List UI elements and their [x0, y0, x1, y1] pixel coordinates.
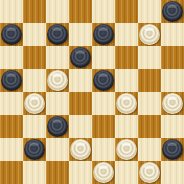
square-c7[interactable]: [46, 23, 69, 46]
white-man-piece[interactable]: [162, 93, 183, 114]
square-a3[interactable]: [0, 115, 23, 138]
square-b8[interactable]: [23, 0, 46, 23]
square-d4[interactable]: [69, 92, 92, 115]
square-d3: [69, 115, 92, 138]
square-h2[interactable]: [161, 138, 184, 161]
square-a6: [0, 46, 23, 69]
square-g4: [138, 92, 161, 115]
white-man-piece[interactable]: [93, 162, 114, 183]
square-c4: [46, 92, 69, 115]
square-e2: [92, 138, 115, 161]
square-f7: [115, 23, 138, 46]
square-e3[interactable]: [92, 115, 115, 138]
square-c5[interactable]: [46, 69, 69, 92]
square-b7: [23, 23, 46, 46]
white-man-piece[interactable]: [70, 139, 91, 160]
square-b5: [23, 69, 46, 92]
square-e5[interactable]: [92, 69, 115, 92]
square-f4[interactable]: [115, 92, 138, 115]
square-a1[interactable]: [0, 161, 23, 184]
square-g8: [138, 0, 161, 23]
square-a2: [0, 138, 23, 161]
black-man-piece[interactable]: [1, 70, 22, 91]
checkers-board: [0, 0, 184, 184]
square-f5: [115, 69, 138, 92]
white-man-piece[interactable]: [139, 24, 160, 45]
square-g6: [138, 46, 161, 69]
square-d8[interactable]: [69, 0, 92, 23]
square-c1[interactable]: [46, 161, 69, 184]
square-c2: [46, 138, 69, 161]
square-b2[interactable]: [23, 138, 46, 161]
square-f3: [115, 115, 138, 138]
square-c6: [46, 46, 69, 69]
square-a7[interactable]: [0, 23, 23, 46]
square-g7[interactable]: [138, 23, 161, 46]
square-d1: [69, 161, 92, 184]
white-man-piece[interactable]: [116, 139, 137, 160]
black-man-piece[interactable]: [24, 139, 45, 160]
square-g5[interactable]: [138, 69, 161, 92]
square-b1: [23, 161, 46, 184]
square-d7: [69, 23, 92, 46]
black-man-piece[interactable]: [162, 139, 183, 160]
black-man-piece[interactable]: [47, 24, 68, 45]
square-d5: [69, 69, 92, 92]
square-h3: [161, 115, 184, 138]
square-h8[interactable]: [161, 0, 184, 23]
square-h4[interactable]: [161, 92, 184, 115]
square-g2: [138, 138, 161, 161]
square-c8: [46, 0, 69, 23]
square-g3[interactable]: [138, 115, 161, 138]
black-man-piece[interactable]: [1, 24, 22, 45]
white-man-piece[interactable]: [139, 162, 160, 183]
square-d2[interactable]: [69, 138, 92, 161]
square-a5[interactable]: [0, 69, 23, 92]
square-e7[interactable]: [92, 23, 115, 46]
square-a8: [0, 0, 23, 23]
square-c3[interactable]: [46, 115, 69, 138]
white-man-piece[interactable]: [116, 93, 137, 114]
black-man-piece[interactable]: [93, 24, 114, 45]
square-d6[interactable]: [69, 46, 92, 69]
black-man-piece[interactable]: [162, 1, 183, 22]
square-h7: [161, 23, 184, 46]
white-man-piece[interactable]: [47, 70, 68, 91]
white-man-piece[interactable]: [24, 93, 45, 114]
square-f6[interactable]: [115, 46, 138, 69]
square-e1[interactable]: [92, 161, 115, 184]
square-b6[interactable]: [23, 46, 46, 69]
square-e8: [92, 0, 115, 23]
square-h5: [161, 69, 184, 92]
square-f8[interactable]: [115, 0, 138, 23]
black-man-piece[interactable]: [93, 70, 114, 91]
square-g1[interactable]: [138, 161, 161, 184]
square-a4: [0, 92, 23, 115]
square-e6: [92, 46, 115, 69]
square-f2[interactable]: [115, 138, 138, 161]
square-b4[interactable]: [23, 92, 46, 115]
square-h1: [161, 161, 184, 184]
square-f1: [115, 161, 138, 184]
black-man-piece[interactable]: [70, 47, 91, 68]
square-h6[interactable]: [161, 46, 184, 69]
square-b3: [23, 115, 46, 138]
square-e4: [92, 92, 115, 115]
black-man-piece[interactable]: [47, 116, 68, 137]
